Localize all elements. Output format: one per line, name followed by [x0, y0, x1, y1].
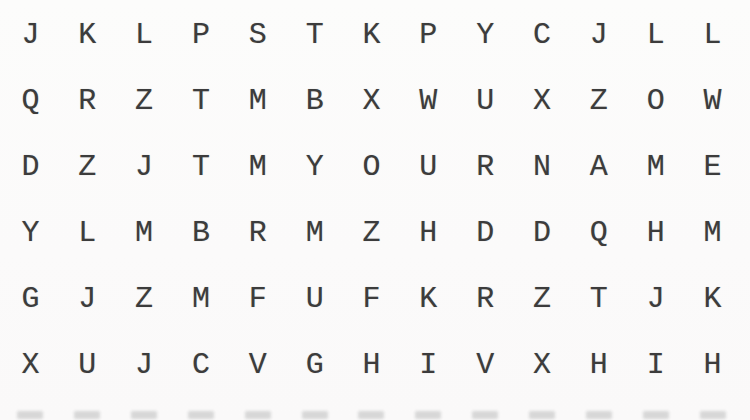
letter-cell-r4c4[interactable]: B — [173, 200, 230, 266]
cutoff-letter-top-c1 — [2, 404, 59, 420]
letter-cell-r4c5[interactable]: R — [229, 200, 286, 266]
letter-cell-r5c8[interactable]: K — [400, 266, 457, 332]
letter-cell-r3c7[interactable]: O — [343, 134, 400, 200]
letter-cell-r6c9[interactable]: V — [457, 332, 514, 398]
letter-cell-r5c1[interactable]: G — [2, 266, 59, 332]
letter-cell-r5c7[interactable]: F — [343, 266, 400, 332]
letter-cell-r2c7[interactable]: X — [343, 68, 400, 134]
letter-cell-r5c6[interactable]: U — [286, 266, 343, 332]
cutoff-smudge — [17, 411, 43, 419]
letter-cell-r2c5[interactable]: M — [229, 68, 286, 134]
letter-cell-r3c10[interactable]: N — [514, 134, 571, 200]
letter-cell-r6c5[interactable]: V — [229, 332, 286, 398]
letter-cell-r6c4[interactable]: C — [173, 332, 230, 398]
letter-cell-r3c6[interactable]: Y — [286, 134, 343, 200]
cutoff-letter-top-c7 — [343, 404, 400, 420]
letter-cell-r6c8[interactable]: I — [400, 332, 457, 398]
letter-cell-r3c3[interactable]: J — [116, 134, 173, 200]
letter-cell-r3c13[interactable]: E — [684, 134, 741, 200]
letter-cell-r4c6[interactable]: M — [286, 200, 343, 266]
letter-cell-r4c11[interactable]: Q — [570, 200, 627, 266]
letter-cell-r4c9[interactable]: D — [457, 200, 514, 266]
letter-cell-r2c6[interactable]: B — [286, 68, 343, 134]
letter-cell-r3c8[interactable]: U — [400, 134, 457, 200]
letter-cell-r1c3[interactable]: L — [116, 2, 173, 68]
letter-cell-r1c1[interactable]: J — [2, 2, 59, 68]
letter-cell-r1c9[interactable]: Y — [457, 2, 514, 68]
letter-cell-r3c12[interactable]: M — [627, 134, 684, 200]
letter-cell-r4c2[interactable]: L — [59, 200, 116, 266]
cutoff-letter-top-c4 — [173, 404, 230, 420]
letter-cell-r3c11[interactable]: A — [570, 134, 627, 200]
letter-cell-r2c8[interactable]: W — [400, 68, 457, 134]
cutoff-smudge — [188, 411, 214, 419]
cutoff-smudge — [643, 411, 669, 419]
cutoff-smudge — [700, 411, 726, 419]
letter-cell-r2c12[interactable]: O — [627, 68, 684, 134]
letter-cell-r5c10[interactable]: Z — [514, 266, 571, 332]
letter-cell-r1c12[interactable]: L — [627, 2, 684, 68]
cutoff-letter-top-c13 — [684, 404, 741, 420]
letter-cell-r6c2[interactable]: U — [59, 332, 116, 398]
cutoff-smudge — [415, 411, 441, 419]
letter-cell-r5c13[interactable]: K — [684, 266, 741, 332]
cutoff-letter-top-c6 — [286, 404, 343, 420]
letter-cell-r6c13[interactable]: H — [684, 332, 741, 398]
letter-cell-r4c13[interactable]: M — [684, 200, 741, 266]
letter-cell-r1c2[interactable]: K — [59, 2, 116, 68]
cutoff-smudge — [586, 411, 612, 419]
cutoff-letter-top-c9 — [457, 404, 514, 420]
letter-cell-r4c10[interactable]: D — [514, 200, 571, 266]
letter-cell-r1c11[interactable]: J — [570, 2, 627, 68]
cutoff-smudge — [74, 411, 100, 419]
letter-cell-r6c7[interactable]: H — [343, 332, 400, 398]
letter-cell-r1c4[interactable]: P — [173, 2, 230, 68]
cutoff-letter-top-c12 — [627, 404, 684, 420]
letter-cell-r4c1[interactable]: Y — [2, 200, 59, 266]
cutoff-smudge — [302, 411, 328, 419]
letter-cell-r5c11[interactable]: T — [570, 266, 627, 332]
letter-cell-r5c12[interactable]: J — [627, 266, 684, 332]
cutoff-letter-top-c3 — [116, 404, 173, 420]
cutoff-smudge — [131, 411, 157, 419]
cutoff-smudge — [358, 411, 384, 419]
cutoff-letter-top-c8 — [400, 404, 457, 420]
cutoff-letter-top-c11 — [570, 404, 627, 420]
letter-cell-r2c4[interactable]: T — [173, 68, 230, 134]
letter-cell-r3c9[interactable]: R — [457, 134, 514, 200]
letter-cell-r1c6[interactable]: T — [286, 2, 343, 68]
letter-cell-r6c3[interactable]: J — [116, 332, 173, 398]
letter-cell-r4c7[interactable]: Z — [343, 200, 400, 266]
letter-cell-r1c8[interactable]: P — [400, 2, 457, 68]
word-search-grid: JKLPSTKPYCJLLQRZTMBXWUXZOWDZJTMYOURNAMEY… — [2, 2, 741, 398]
letter-cell-r2c3[interactable]: Z — [116, 68, 173, 134]
letter-cell-r6c10[interactable]: X — [514, 332, 571, 398]
letter-cell-r6c1[interactable]: X — [2, 332, 59, 398]
letter-cell-r6c6[interactable]: G — [286, 332, 343, 398]
cutoff-smudge — [529, 411, 555, 419]
letter-cell-r1c7[interactable]: K — [343, 2, 400, 68]
letter-cell-r5c9[interactable]: R — [457, 266, 514, 332]
cutoff-smudge — [472, 411, 498, 419]
letter-cell-r5c4[interactable]: M — [173, 266, 230, 332]
letter-cell-r4c12[interactable]: H — [627, 200, 684, 266]
letter-cell-r1c13[interactable]: L — [684, 2, 741, 68]
letter-cell-r2c2[interactable]: R — [59, 68, 116, 134]
cutoff-letter-top-c2 — [59, 404, 116, 420]
letter-cell-r2c1[interactable]: Q — [2, 68, 59, 134]
letter-cell-r6c12[interactable]: I — [627, 332, 684, 398]
letter-cell-r3c4[interactable]: T — [173, 134, 230, 200]
letter-cell-r5c3[interactable]: Z — [116, 266, 173, 332]
letter-cell-r4c8[interactable]: H — [400, 200, 457, 266]
letter-cell-r6c11[interactable]: H — [570, 332, 627, 398]
letter-cell-r2c13[interactable]: W — [684, 68, 741, 134]
letter-cell-r4c3[interactable]: M — [116, 200, 173, 266]
letter-cell-r5c2[interactable]: J — [59, 266, 116, 332]
cutoff-smudge — [245, 411, 271, 419]
letter-cell-r3c5[interactable]: M — [229, 134, 286, 200]
letter-cell-r1c5[interactable]: S — [229, 2, 286, 68]
letter-cell-r2c10[interactable]: X — [514, 68, 571, 134]
letter-cell-r2c9[interactable]: U — [457, 68, 514, 134]
letter-cell-r3c2[interactable]: Z — [59, 134, 116, 200]
word-search-board: JKLPSTKPYCJLLQRZTMBXWUXZOWDZJTMYOURNAMEY… — [0, 0, 750, 420]
cutoff-letter-top-c5 — [229, 404, 286, 420]
letter-cell-r1c10[interactable]: C — [514, 2, 571, 68]
cutoff-letter-row — [2, 404, 741, 420]
letter-cell-r2c11[interactable]: Z — [570, 68, 627, 134]
letter-cell-r3c1[interactable]: D — [2, 134, 59, 200]
letter-cell-r5c5[interactable]: F — [229, 266, 286, 332]
cutoff-letter-top-c10 — [514, 404, 571, 420]
